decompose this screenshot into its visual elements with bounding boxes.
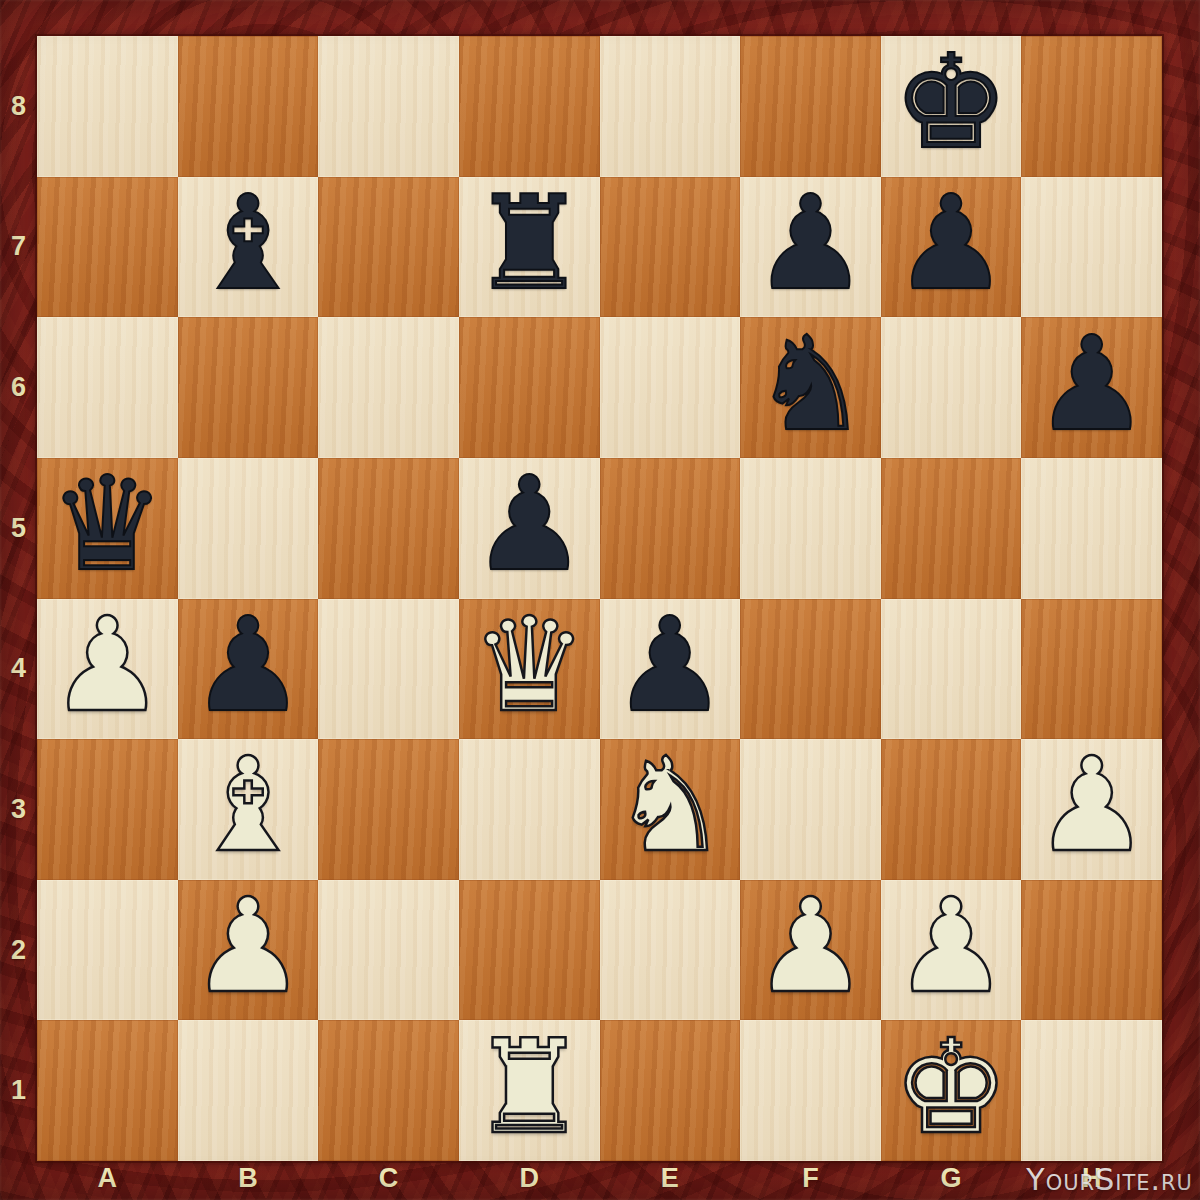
square-e6 [600,317,741,458]
square-d8 [459,36,600,177]
square-g2: ♟ [881,880,1022,1021]
square-c2 [318,880,459,1021]
square-b6 [178,317,319,458]
file-label-g: G [881,1161,1022,1200]
square-h6: ♟ [1021,317,1162,458]
white-king-icon: ♚ [893,1022,1010,1152]
square-f2: ♟ [740,880,881,1021]
square-h2 [1021,880,1162,1021]
rank-label-7: 7 [0,177,37,318]
square-d3 [459,739,600,880]
square-c4 [318,599,459,740]
square-g7: ♟ [881,177,1022,318]
chess-board: ♚♝♜♟♟♞♟♛♟♟♟♛♟♝♞♟♟♟♟♜♚ [37,36,1162,1161]
black-queen-icon: ♛ [49,459,166,589]
square-g4 [881,599,1022,740]
square-e3: ♞ [600,739,741,880]
square-d1: ♜ [459,1020,600,1161]
rank-label-4: 4 [0,599,37,740]
file-label-d: D [459,1161,600,1200]
square-h7 [1021,177,1162,318]
board-frame: 87654321 ♚♝♜♟♟♞♟♛♟♟♟♛♟♝♞♟♟♟♟♜♚ ABCDEFGH … [0,0,1200,1200]
square-h5 [1021,458,1162,599]
square-a5: ♛ [37,458,178,599]
white-pawn-icon: ♟ [1033,740,1150,870]
rank-label-8: 8 [0,36,37,177]
square-d5: ♟ [459,458,600,599]
watermark: YourSite.ru [1026,1162,1193,1197]
square-a1 [37,1020,178,1161]
black-pawn-icon: ♟ [471,459,588,589]
square-h3: ♟ [1021,739,1162,880]
white-pawn-icon: ♟ [752,881,869,1011]
square-e5 [600,458,741,599]
square-g8: ♚ [881,36,1022,177]
square-h1 [1021,1020,1162,1161]
square-d7: ♜ [459,177,600,318]
white-knight-icon: ♞ [612,740,729,870]
square-c1 [318,1020,459,1161]
file-label-a: A [37,1161,178,1200]
square-b3: ♝ [178,739,319,880]
file-label-b: B [178,1161,319,1200]
square-c3 [318,739,459,880]
square-c8 [318,36,459,177]
square-f3 [740,739,881,880]
square-f5 [740,458,881,599]
square-d2 [459,880,600,1021]
square-a8 [37,36,178,177]
square-a7 [37,177,178,318]
black-rook-icon: ♜ [471,178,588,308]
file-label-e: E [600,1161,741,1200]
square-a2 [37,880,178,1021]
black-pawn-icon: ♟ [190,600,307,730]
black-bishop-icon: ♝ [190,178,307,308]
rank-label-5: 5 [0,458,37,599]
square-b4: ♟ [178,599,319,740]
black-pawn-icon: ♟ [752,178,869,308]
square-g6 [881,317,1022,458]
square-c5 [318,458,459,599]
white-rook-icon: ♜ [471,1022,588,1152]
square-b7: ♝ [178,177,319,318]
rank-label-3: 3 [0,739,37,880]
square-e7 [600,177,741,318]
square-h8 [1021,36,1162,177]
square-f6: ♞ [740,317,881,458]
square-f7: ♟ [740,177,881,318]
square-b5 [178,458,319,599]
black-pawn-icon: ♟ [612,600,729,730]
square-g1: ♚ [881,1020,1022,1161]
black-king-icon: ♚ [893,37,1010,167]
square-f8 [740,36,881,177]
square-a6 [37,317,178,458]
square-d4: ♛ [459,599,600,740]
square-b8 [178,36,319,177]
rank-label-6: 6 [0,317,37,458]
square-c6 [318,317,459,458]
square-b2: ♟ [178,880,319,1021]
square-b1 [178,1020,319,1161]
white-pawn-icon: ♟ [49,600,166,730]
black-pawn-icon: ♟ [893,178,1010,308]
square-f4 [740,599,881,740]
black-pawn-icon: ♟ [1033,319,1150,449]
square-e2 [600,880,741,1021]
square-e8 [600,36,741,177]
square-f1 [740,1020,881,1161]
square-e4: ♟ [600,599,741,740]
rank-labels: 87654321 [0,36,37,1161]
white-pawn-icon: ♟ [893,881,1010,1011]
square-d6 [459,317,600,458]
white-queen-icon: ♛ [471,600,588,730]
square-h4 [1021,599,1162,740]
white-pawn-icon: ♟ [190,881,307,1011]
square-a4: ♟ [37,599,178,740]
file-labels: ABCDEFGH [37,1161,1162,1200]
file-label-f: F [740,1161,881,1200]
file-label-c: C [318,1161,459,1200]
square-e1 [600,1020,741,1161]
white-bishop-icon: ♝ [190,740,307,870]
rank-label-2: 2 [0,880,37,1021]
square-g3 [881,739,1022,880]
black-knight-icon: ♞ [752,319,869,449]
square-a3 [37,739,178,880]
square-g5 [881,458,1022,599]
rank-label-1: 1 [0,1020,37,1161]
square-c7 [318,177,459,318]
